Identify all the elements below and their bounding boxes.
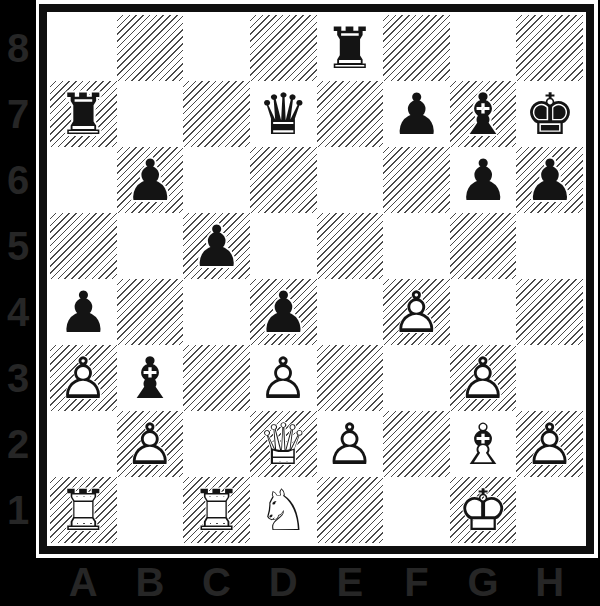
rank-label-2: 2 [0, 411, 36, 477]
square-a8[interactable] [50, 15, 117, 81]
file-labels: ABCDEFGH [50, 558, 583, 606]
square-c6[interactable] [183, 147, 250, 213]
file-label-h: H [516, 558, 583, 606]
chess-board-frame: ♜♜♛♟♝♚♟♟♟♟♟♟♟♙♟♙♝♟♙♟♙♟♙♛♕♟♙♝♗♟♙♜♖♜♖♞♘♚♔ [36, 0, 598, 558]
white-pawn-icon: ♙ [324, 411, 375, 477]
square-f4[interactable]: ♟♙ [383, 279, 450, 345]
square-b4[interactable] [117, 279, 184, 345]
piece-white-pawn-f4[interactable]: ♟♙ [383, 284, 450, 341]
square-g6[interactable]: ♟ [450, 147, 517, 213]
square-d2[interactable]: ♛♕ [250, 411, 317, 477]
square-b7[interactable] [117, 81, 184, 147]
square-e2[interactable]: ♟♙ [317, 411, 384, 477]
piece-white-king-g1[interactable]: ♚♔ [450, 482, 517, 539]
piece-white-pawn-d3[interactable]: ♟♙ [250, 350, 317, 407]
piece-black-pawn-a4[interactable]: ♟ [50, 284, 117, 341]
square-d7[interactable]: ♛ [250, 81, 317, 147]
piece-black-rook-e8[interactable]: ♜ [317, 20, 384, 77]
square-h7[interactable]: ♚ [516, 81, 583, 147]
square-e3[interactable] [317, 345, 384, 411]
white-queen-icon: ♕ [258, 411, 309, 477]
square-h4[interactable] [516, 279, 583, 345]
file-label-f: F [383, 558, 450, 606]
piece-white-knight-d1[interactable]: ♞♘ [250, 482, 317, 539]
square-f8[interactable] [383, 15, 450, 81]
rank-label-8: 8 [0, 15, 36, 81]
square-c3[interactable] [183, 345, 250, 411]
chess-diagram: ♜♜♛♟♝♚♟♟♟♟♟♟♟♙♟♙♝♟♙♟♙♟♙♛♕♟♙♝♗♟♙♜♖♜♖♞♘♚♔ … [0, 0, 600, 606]
square-h8[interactable] [516, 15, 583, 81]
piece-black-rook-a7[interactable]: ♜ [50, 86, 117, 143]
square-a6[interactable] [50, 147, 117, 213]
board-border: ♜♜♛♟♝♚♟♟♟♟♟♟♟♙♟♙♝♟♙♟♙♟♙♛♕♟♙♝♗♟♙♜♖♜♖♞♘♚♔ [39, 4, 594, 554]
square-h1[interactable] [516, 477, 583, 543]
white-knight-icon: ♘ [258, 477, 309, 543]
white-pawn-icon: ♙ [524, 411, 575, 477]
white-pawn-icon: ♙ [58, 345, 109, 411]
piece-white-pawn-g3[interactable]: ♟♙ [450, 350, 517, 407]
square-f7[interactable]: ♟ [383, 81, 450, 147]
piece-white-rook-a1[interactable]: ♜♖ [50, 482, 117, 539]
square-b6[interactable]: ♟ [117, 147, 184, 213]
piece-white-queen-d2[interactable]: ♛♕ [250, 416, 317, 473]
square-a2[interactable] [50, 411, 117, 477]
rank-labels: 87654321 [0, 15, 36, 543]
square-f5[interactable] [383, 213, 450, 279]
piece-black-pawn-h6[interactable]: ♟ [516, 152, 583, 209]
rank-label-6: 6 [0, 147, 36, 213]
piece-black-pawn-b6[interactable]: ♟ [117, 152, 184, 209]
rank-label-1: 1 [0, 477, 36, 543]
square-g7[interactable]: ♝ [450, 81, 517, 147]
file-label-g: G [450, 558, 517, 606]
square-c8[interactable] [183, 15, 250, 81]
square-c2[interactable] [183, 411, 250, 477]
square-e6[interactable] [317, 147, 384, 213]
rank-label-3: 3 [0, 345, 36, 411]
square-h5[interactable] [516, 213, 583, 279]
piece-white-pawn-b2[interactable]: ♟♙ [117, 416, 184, 473]
piece-white-bishop-g2[interactable]: ♝♗ [450, 416, 517, 473]
square-d3[interactable]: ♟♙ [250, 345, 317, 411]
square-d8[interactable] [250, 15, 317, 81]
square-h2[interactable]: ♟♙ [516, 411, 583, 477]
square-e4[interactable] [317, 279, 384, 345]
rank-label-7: 7 [0, 81, 36, 147]
square-e8[interactable]: ♜ [317, 15, 384, 81]
square-f2[interactable] [383, 411, 450, 477]
square-g8[interactable] [450, 15, 517, 81]
square-a1[interactable]: ♜♖ [50, 477, 117, 543]
square-c5[interactable]: ♟ [183, 213, 250, 279]
square-c4[interactable] [183, 279, 250, 345]
square-d4[interactable]: ♟ [250, 279, 317, 345]
piece-black-pawn-g6[interactable]: ♟ [450, 152, 517, 209]
piece-white-pawn-e2[interactable]: ♟♙ [317, 416, 384, 473]
square-b2[interactable]: ♟♙ [117, 411, 184, 477]
square-g2[interactable]: ♝♗ [450, 411, 517, 477]
square-a3[interactable]: ♟♙ [50, 345, 117, 411]
square-b5[interactable] [117, 213, 184, 279]
rank-label-5: 5 [0, 213, 36, 279]
square-g4[interactable] [450, 279, 517, 345]
piece-white-pawn-a3[interactable]: ♟♙ [50, 350, 117, 407]
white-bishop-icon: ♗ [458, 411, 509, 477]
piece-black-pawn-d4[interactable]: ♟ [250, 284, 317, 341]
square-f6[interactable] [383, 147, 450, 213]
square-e5[interactable] [317, 213, 384, 279]
square-h6[interactable]: ♟ [516, 147, 583, 213]
square-f1[interactable] [383, 477, 450, 543]
square-a7[interactable]: ♜ [50, 81, 117, 147]
piece-black-bishop-g7[interactable]: ♝ [450, 86, 517, 143]
piece-black-pawn-c5[interactable]: ♟ [183, 218, 250, 275]
square-b8[interactable] [117, 15, 184, 81]
square-d1[interactable]: ♞♘ [250, 477, 317, 543]
white-rook-icon: ♖ [58, 477, 109, 543]
white-pawn-icon: ♙ [258, 345, 309, 411]
file-label-a: A [50, 558, 117, 606]
square-d5[interactable] [250, 213, 317, 279]
piece-black-queen-d7[interactable]: ♛ [250, 86, 317, 143]
square-a4[interactable]: ♟ [50, 279, 117, 345]
piece-white-pawn-h2[interactable]: ♟♙ [516, 416, 583, 473]
square-f3[interactable] [383, 345, 450, 411]
square-h3[interactable] [516, 345, 583, 411]
white-pawn-icon: ♙ [124, 411, 175, 477]
piece-black-king-h7[interactable]: ♚ [516, 86, 583, 143]
square-e1[interactable] [317, 477, 384, 543]
file-label-c: C [183, 558, 250, 606]
chess-board: ♜♜♛♟♝♚♟♟♟♟♟♟♟♙♟♙♝♟♙♟♙♟♙♛♕♟♙♝♗♟♙♜♖♜♖♞♘♚♔ [50, 15, 583, 543]
file-label-b: B [117, 558, 184, 606]
file-label-e: E [317, 558, 384, 606]
white-rook-icon: ♖ [191, 477, 242, 543]
square-g5[interactable] [450, 213, 517, 279]
piece-black-pawn-f7[interactable]: ♟ [383, 86, 450, 143]
piece-black-bishop-b3[interactable]: ♝ [117, 350, 184, 407]
square-g3[interactable]: ♟♙ [450, 345, 517, 411]
white-king-icon: ♔ [458, 477, 509, 543]
white-pawn-icon: ♙ [391, 279, 442, 345]
square-c1[interactable]: ♜♖ [183, 477, 250, 543]
square-a5[interactable] [50, 213, 117, 279]
square-d6[interactable] [250, 147, 317, 213]
square-g1[interactable]: ♚♔ [450, 477, 517, 543]
square-b1[interactable] [117, 477, 184, 543]
piece-white-rook-c1[interactable]: ♜♖ [183, 482, 250, 539]
white-pawn-icon: ♙ [458, 345, 509, 411]
rank-label-4: 4 [0, 279, 36, 345]
file-label-d: D [250, 558, 317, 606]
square-c7[interactable] [183, 81, 250, 147]
square-e7[interactable] [317, 81, 384, 147]
square-b3[interactable]: ♝ [117, 345, 184, 411]
